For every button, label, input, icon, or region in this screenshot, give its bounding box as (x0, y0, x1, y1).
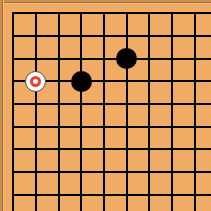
grid-vertical-line (171, 12, 173, 211)
grid-vertical-line (126, 12, 128, 211)
grid-horizontal-line (12, 194, 211, 196)
board-edge-top (0, 0, 211, 4)
white-stone-marked (25, 71, 46, 92)
grid-vertical-line (148, 12, 150, 211)
grid-horizontal-line (12, 35, 211, 37)
grid-horizontal-line (12, 12, 211, 14)
grid-vertical-line (80, 12, 82, 211)
grid-vertical-line (103, 12, 105, 211)
grid-horizontal-line (12, 126, 211, 128)
grid-vertical-line (12, 12, 14, 211)
grid-horizontal-line (12, 58, 211, 60)
grid-horizontal-line (12, 171, 211, 173)
grid-horizontal-line (12, 103, 211, 105)
grid-horizontal-line (12, 148, 211, 150)
grid-vertical-line (58, 12, 60, 211)
black-stone (116, 48, 137, 69)
grid-vertical-line (35, 12, 37, 211)
circle-marker-icon (30, 76, 41, 87)
board-edge-left (0, 0, 4, 211)
grid-vertical-line (194, 12, 196, 211)
black-stone (71, 71, 92, 92)
go-board (0, 0, 211, 211)
